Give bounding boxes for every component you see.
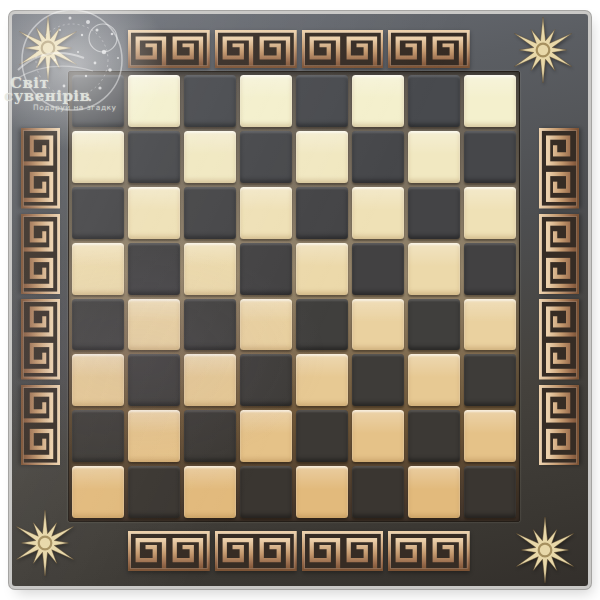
greek-key-tile <box>128 531 210 571</box>
square-a2[interactable] <box>72 410 124 462</box>
square-f1[interactable] <box>352 466 404 518</box>
square-b2[interactable] <box>128 410 180 462</box>
square-g6[interactable] <box>408 187 460 239</box>
square-a3[interactable] <box>72 354 124 406</box>
meander-strip-bottom <box>128 531 470 571</box>
greek-key-tile <box>128 30 210 68</box>
square-e7[interactable] <box>296 131 348 183</box>
square-c1[interactable] <box>184 466 236 518</box>
square-e8[interactable] <box>296 75 348 127</box>
greek-key-tile <box>539 385 579 466</box>
square-f5[interactable] <box>352 243 404 295</box>
square-d1[interactable] <box>240 466 292 518</box>
square-h5[interactable] <box>464 243 516 295</box>
greek-key-tile <box>21 214 60 295</box>
sun-icon <box>511 516 579 584</box>
square-a7[interactable] <box>72 131 124 183</box>
greek-key-tile <box>539 299 579 380</box>
square-f4[interactable] <box>352 299 404 351</box>
greek-key-tile <box>21 385 60 466</box>
square-c3[interactable] <box>184 354 236 406</box>
square-c7[interactable] <box>184 131 236 183</box>
square-d2[interactable] <box>240 410 292 462</box>
greek-key-tile <box>215 30 297 68</box>
square-b6[interactable] <box>128 187 180 239</box>
square-e3[interactable] <box>296 354 348 406</box>
greek-key-tile <box>302 30 384 68</box>
square-b4[interactable] <box>128 299 180 351</box>
square-a6[interactable] <box>72 187 124 239</box>
square-c4[interactable] <box>184 299 236 351</box>
square-d4[interactable] <box>240 299 292 351</box>
square-h7[interactable] <box>464 131 516 183</box>
square-b7[interactable] <box>128 131 180 183</box>
square-a8[interactable] <box>72 75 124 127</box>
greek-key-tile <box>21 128 60 209</box>
square-d7[interactable] <box>240 131 292 183</box>
greek-key-tile <box>215 531 297 571</box>
square-g2[interactable] <box>408 410 460 462</box>
square-e6[interactable] <box>296 187 348 239</box>
square-d3[interactable] <box>240 354 292 406</box>
square-h6[interactable] <box>464 187 516 239</box>
square-f8[interactable] <box>352 75 404 127</box>
meander-strip-left <box>21 128 60 465</box>
square-c8[interactable] <box>184 75 236 127</box>
square-c2[interactable] <box>184 410 236 462</box>
square-f7[interactable] <box>352 131 404 183</box>
square-g4[interactable] <box>408 299 460 351</box>
board <box>12 14 588 586</box>
square-g7[interactable] <box>408 131 460 183</box>
square-g8[interactable] <box>408 75 460 127</box>
square-h4[interactable] <box>464 299 516 351</box>
greek-key-tile <box>302 531 384 571</box>
greek-key-tile <box>21 299 60 380</box>
square-f2[interactable] <box>352 410 404 462</box>
greek-key-tile <box>388 30 470 68</box>
square-h1[interactable] <box>464 466 516 518</box>
square-f6[interactable] <box>352 187 404 239</box>
square-f3[interactable] <box>352 354 404 406</box>
square-e5[interactable] <box>296 243 348 295</box>
square-b5[interactable] <box>128 243 180 295</box>
meander-strip-right <box>539 128 579 465</box>
greek-key-tile <box>539 214 579 295</box>
square-d8[interactable] <box>240 75 292 127</box>
greek-key-tile <box>539 128 579 209</box>
square-c5[interactable] <box>184 243 236 295</box>
square-h8[interactable] <box>464 75 516 127</box>
square-b8[interactable] <box>128 75 180 127</box>
square-h2[interactable] <box>464 410 516 462</box>
square-e1[interactable] <box>296 466 348 518</box>
square-h3[interactable] <box>464 354 516 406</box>
meander-strip-top <box>128 30 470 68</box>
square-a1[interactable] <box>72 466 124 518</box>
square-a4[interactable] <box>72 299 124 351</box>
square-c6[interactable] <box>184 187 236 239</box>
square-b3[interactable] <box>128 354 180 406</box>
square-b1[interactable] <box>128 466 180 518</box>
square-e4[interactable] <box>296 299 348 351</box>
square-g1[interactable] <box>408 466 460 518</box>
square-g5[interactable] <box>408 243 460 295</box>
square-d5[interactable] <box>240 243 292 295</box>
greek-key-tile <box>388 531 470 571</box>
playing-area <box>68 71 520 522</box>
photo-background: Світ сувенірів Подаруй на згадку <box>0 0 600 600</box>
square-g3[interactable] <box>408 354 460 406</box>
square-e2[interactable] <box>296 410 348 462</box>
square-a5[interactable] <box>72 243 124 295</box>
square-d6[interactable] <box>240 187 292 239</box>
